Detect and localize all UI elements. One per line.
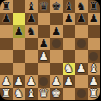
black-pawn[interactable]: ♟ <box>26 13 36 24</box>
white-pawn[interactable]: ♟ <box>64 76 74 87</box>
square-h5[interactable] <box>88 38 101 51</box>
square-f7[interactable]: ♟ <box>63 13 76 26</box>
white-rook[interactable]: ♜ <box>1 88 11 99</box>
square-c6[interactable]: ♞ <box>25 25 38 38</box>
square-e1[interactable]: ♚ <box>50 88 63 101</box>
square-c8[interactable]: ♝ <box>25 0 38 13</box>
square-e5[interactable] <box>50 38 63 51</box>
square-d6[interactable] <box>38 25 51 38</box>
white-pawn[interactable]: ♟ <box>14 76 24 87</box>
square-d2[interactable] <box>38 75 51 88</box>
square-b3[interactable] <box>13 63 26 76</box>
square-g1[interactable] <box>75 88 88 101</box>
square-e8[interactable]: ♚ <box>50 0 63 13</box>
white-king[interactable]: ♚ <box>51 88 61 99</box>
black-rook[interactable]: ♜ <box>89 1 99 12</box>
square-h6[interactable] <box>88 25 101 38</box>
white-rook[interactable]: ♜ <box>89 88 99 99</box>
black-knight[interactable]: ♞ <box>26 26 36 37</box>
square-g4[interactable] <box>75 50 88 63</box>
square-d7[interactable] <box>38 13 51 26</box>
square-g8[interactable]: ♞ <box>75 0 88 13</box>
black-bishop[interactable]: ♝ <box>64 1 74 12</box>
square-b6[interactable]: ♟ <box>13 25 26 38</box>
white-bishop[interactable]: ♝ <box>89 63 99 74</box>
square-f1[interactable] <box>63 88 76 101</box>
square-a8[interactable]: ♜ <box>0 0 13 13</box>
white-pawn[interactable]: ♟ <box>39 51 49 62</box>
square-a6[interactable] <box>0 25 13 38</box>
square-g3[interactable]: ♟ <box>75 63 88 76</box>
move-hint-dot[interactable] <box>89 52 98 61</box>
square-b7[interactable] <box>13 13 26 26</box>
black-pawn[interactable]: ♟ <box>89 13 99 24</box>
square-c1[interactable]: ♝ <box>25 88 38 101</box>
black-knight[interactable]: ♞ <box>76 1 86 12</box>
square-h2[interactable]: ♟ <box>88 75 101 88</box>
black-queen[interactable]: ♛ <box>39 1 49 12</box>
square-a3[interactable] <box>0 63 13 76</box>
white-bishop[interactable]: ♝ <box>26 88 36 99</box>
white-knight[interactable]: ♞ <box>64 63 74 74</box>
square-c4[interactable] <box>25 50 38 63</box>
square-e3[interactable] <box>50 63 63 76</box>
white-pawn[interactable]: ♟ <box>1 76 11 87</box>
square-a1[interactable]: ♜ <box>0 88 13 101</box>
square-h1[interactable]: ♜ <box>88 88 101 101</box>
move-hint-dot[interactable] <box>77 39 86 48</box>
square-h8[interactable]: ♜ <box>88 0 101 13</box>
square-g5[interactable] <box>75 38 88 51</box>
square-b8[interactable] <box>13 0 26 13</box>
square-c2[interactable]: ♟ <box>25 75 38 88</box>
black-pawn[interactable]: ♟ <box>39 38 49 49</box>
square-a7[interactable]: ♟ <box>0 13 13 26</box>
square-d8[interactable]: ♛ <box>38 0 51 13</box>
square-c3[interactable] <box>25 63 38 76</box>
square-f2[interactable]: ♟ <box>63 75 76 88</box>
move-hint-dot[interactable] <box>77 89 86 98</box>
move-hint-dot[interactable] <box>39 77 48 86</box>
square-a4[interactable] <box>0 50 13 63</box>
white-knight[interactable]: ♞ <box>14 88 24 99</box>
chess-app-window: ♜♝♛♚♝♞♜♟♟♟♟♟♟♞♟♟♟♞♟♝♟♟♟♟♟♟♜♞♝♛♚♜ <box>0 0 100 100</box>
square-a2[interactable]: ♟ <box>0 75 13 88</box>
black-pawn[interactable]: ♟ <box>51 26 61 37</box>
black-rook[interactable]: ♜ <box>1 1 11 12</box>
black-bishop[interactable]: ♝ <box>26 1 36 12</box>
square-g6[interactable] <box>75 25 88 38</box>
square-d5[interactable]: ♟ <box>38 38 51 51</box>
white-pawn[interactable]: ♟ <box>76 63 86 74</box>
square-c5[interactable] <box>25 38 38 51</box>
square-f5[interactable] <box>63 38 76 51</box>
square-b4[interactable] <box>13 50 26 63</box>
white-pawn[interactable]: ♟ <box>89 76 99 87</box>
white-queen[interactable]: ♛ <box>39 88 49 99</box>
square-g7[interactable]: ♟ <box>75 13 88 26</box>
black-pawn[interactable]: ♟ <box>76 13 86 24</box>
square-b1[interactable]: ♞ <box>13 88 26 101</box>
square-h7[interactable]: ♟ <box>88 13 101 26</box>
black-pawn[interactable]: ♟ <box>64 13 74 24</box>
white-pawn[interactable]: ♟ <box>51 76 61 87</box>
chess-board: ♜♝♛♚♝♞♜♟♟♟♟♟♟♞♟♟♟♞♟♝♟♟♟♟♟♟♜♞♝♛♚♜ <box>0 0 100 100</box>
square-b2[interactable]: ♟ <box>13 75 26 88</box>
square-b5[interactable] <box>13 38 26 51</box>
square-d4[interactable]: ♟ <box>38 50 51 63</box>
white-pawn[interactable]: ♟ <box>26 76 36 87</box>
move-hint-dot[interactable] <box>52 39 61 48</box>
square-e6[interactable]: ♟ <box>50 25 63 38</box>
square-d1[interactable]: ♛ <box>38 88 51 101</box>
square-e7[interactable] <box>50 13 63 26</box>
square-h4[interactable] <box>88 50 101 63</box>
square-e2[interactable]: ♟ <box>50 75 63 88</box>
square-e4[interactable] <box>50 50 63 63</box>
square-f4[interactable] <box>63 50 76 63</box>
square-f6[interactable] <box>63 25 76 38</box>
square-d3[interactable] <box>38 63 51 76</box>
square-h3[interactable]: ♝ <box>88 63 101 76</box>
black-pawn[interactable]: ♟ <box>14 26 24 37</box>
black-pawn[interactable]: ♟ <box>1 13 11 24</box>
black-king[interactable]: ♚ <box>51 1 61 12</box>
square-f3[interactable]: ♞ <box>63 63 76 76</box>
square-c7[interactable]: ♟ <box>25 13 38 26</box>
square-a5[interactable] <box>0 38 13 51</box>
square-g2[interactable] <box>75 75 88 88</box>
square-f8[interactable]: ♝ <box>63 0 76 13</box>
